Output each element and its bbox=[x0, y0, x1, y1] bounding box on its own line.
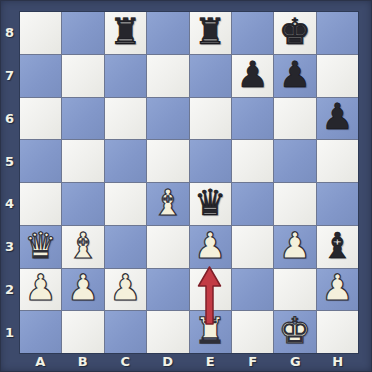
piece-white-pawn: ♟ bbox=[194, 228, 226, 264]
rank-labels: 87654321 bbox=[0, 11, 19, 354]
piece-black-pawn: ♟ bbox=[279, 57, 311, 93]
square-a8[interactable] bbox=[20, 12, 61, 54]
square-b7[interactable] bbox=[62, 55, 103, 97]
square-a7[interactable] bbox=[20, 55, 61, 97]
piece-black-bishop: ♝ bbox=[321, 228, 353, 264]
square-f3[interactable] bbox=[232, 226, 273, 268]
rank-label-2: 2 bbox=[0, 268, 19, 311]
square-g8[interactable]: ♚ bbox=[274, 12, 315, 54]
rank-label-5: 5 bbox=[0, 140, 19, 183]
file-label-c: C bbox=[104, 353, 147, 370]
square-e7[interactable] bbox=[190, 55, 231, 97]
square-f6[interactable] bbox=[232, 98, 273, 140]
piece-white-pawn: ♟ bbox=[25, 270, 57, 306]
square-d2[interactable] bbox=[147, 269, 188, 311]
square-d7[interactable] bbox=[147, 55, 188, 97]
rank-label-4: 4 bbox=[0, 183, 19, 226]
square-c5[interactable] bbox=[105, 140, 146, 182]
square-a3[interactable]: ♛ bbox=[20, 226, 61, 268]
piece-white-pawn: ♟ bbox=[109, 270, 141, 306]
piece-white-queen: ♛ bbox=[25, 228, 57, 264]
square-a4[interactable] bbox=[20, 183, 61, 225]
rank-label-7: 7 bbox=[0, 54, 19, 97]
file-label-d: D bbox=[147, 353, 190, 370]
square-c8[interactable]: ♜ bbox=[105, 12, 146, 54]
chess-board: ♜♜♚♟♟♟♝♛♛♝♟♟♝♟♟♟♟♜♚ bbox=[19, 11, 359, 354]
piece-white-rook: ♜ bbox=[194, 313, 226, 349]
rank-label-8: 8 bbox=[0, 11, 19, 54]
square-b5[interactable] bbox=[62, 140, 103, 182]
square-c1[interactable] bbox=[105, 311, 146, 353]
square-d1[interactable] bbox=[147, 311, 188, 353]
piece-white-king: ♚ bbox=[279, 313, 311, 349]
piece-white-pawn: ♟ bbox=[321, 270, 353, 306]
square-c2[interactable]: ♟ bbox=[105, 269, 146, 311]
square-b1[interactable] bbox=[62, 311, 103, 353]
square-e5[interactable] bbox=[190, 140, 231, 182]
square-b6[interactable] bbox=[62, 98, 103, 140]
square-g6[interactable] bbox=[274, 98, 315, 140]
piece-black-pawn: ♟ bbox=[321, 99, 353, 135]
square-g4[interactable] bbox=[274, 183, 315, 225]
square-g1[interactable]: ♚ bbox=[274, 311, 315, 353]
square-f5[interactable] bbox=[232, 140, 273, 182]
square-e4[interactable]: ♛ bbox=[190, 183, 231, 225]
square-f1[interactable] bbox=[232, 311, 273, 353]
rank-label-6: 6 bbox=[0, 97, 19, 140]
square-d6[interactable] bbox=[147, 98, 188, 140]
square-c3[interactable] bbox=[105, 226, 146, 268]
square-c4[interactable] bbox=[105, 183, 146, 225]
piece-black-pawn: ♟ bbox=[236, 57, 268, 93]
file-label-b: B bbox=[62, 353, 105, 370]
piece-black-rook: ♜ bbox=[194, 14, 226, 50]
square-d8[interactable] bbox=[147, 12, 188, 54]
square-b8[interactable] bbox=[62, 12, 103, 54]
square-e6[interactable] bbox=[190, 98, 231, 140]
square-g2[interactable] bbox=[274, 269, 315, 311]
square-d5[interactable] bbox=[147, 140, 188, 182]
piece-white-bishop: ♝ bbox=[67, 228, 99, 264]
piece-black-rook: ♜ bbox=[109, 14, 141, 50]
square-h7[interactable] bbox=[317, 55, 358, 97]
square-f7[interactable]: ♟ bbox=[232, 55, 273, 97]
square-e8[interactable]: ♜ bbox=[190, 12, 231, 54]
square-f4[interactable] bbox=[232, 183, 273, 225]
square-g3[interactable]: ♟ bbox=[274, 226, 315, 268]
square-h6[interactable]: ♟ bbox=[317, 98, 358, 140]
file-labels: ABCDEFGH bbox=[19, 353, 359, 370]
square-e3[interactable]: ♟ bbox=[190, 226, 231, 268]
rank-label-3: 3 bbox=[0, 225, 19, 268]
square-h3[interactable]: ♝ bbox=[317, 226, 358, 268]
square-f2[interactable] bbox=[232, 269, 273, 311]
square-g7[interactable]: ♟ bbox=[274, 55, 315, 97]
piece-white-pawn: ♟ bbox=[67, 270, 99, 306]
square-b4[interactable] bbox=[62, 183, 103, 225]
file-label-f: F bbox=[232, 353, 275, 370]
square-b2[interactable]: ♟ bbox=[62, 269, 103, 311]
square-h5[interactable] bbox=[317, 140, 358, 182]
file-label-e: E bbox=[189, 353, 232, 370]
square-b3[interactable]: ♝ bbox=[62, 226, 103, 268]
piece-white-bishop: ♝ bbox=[152, 185, 184, 221]
square-h1[interactable] bbox=[317, 311, 358, 353]
piece-black-king: ♚ bbox=[279, 14, 311, 50]
square-e1[interactable]: ♜ bbox=[190, 311, 231, 353]
square-h2[interactable]: ♟ bbox=[317, 269, 358, 311]
file-label-a: A bbox=[19, 353, 62, 370]
file-label-g: G bbox=[274, 353, 317, 370]
square-g5[interactable] bbox=[274, 140, 315, 182]
square-e2[interactable] bbox=[190, 269, 231, 311]
piece-black-queen: ♛ bbox=[194, 185, 226, 221]
square-c6[interactable] bbox=[105, 98, 146, 140]
square-h8[interactable] bbox=[317, 12, 358, 54]
piece-white-pawn: ♟ bbox=[279, 228, 311, 264]
chess-diagram: 87654321 ♜♜♚♟♟♟♝♛♛♝♟♟♝♟♟♟♟♜♚ ABCDEFGH bbox=[0, 0, 372, 372]
square-a1[interactable] bbox=[20, 311, 61, 353]
square-f8[interactable] bbox=[232, 12, 273, 54]
square-c7[interactable] bbox=[105, 55, 146, 97]
square-d3[interactable] bbox=[147, 226, 188, 268]
square-a2[interactable]: ♟ bbox=[20, 269, 61, 311]
square-a5[interactable] bbox=[20, 140, 61, 182]
square-a6[interactable] bbox=[20, 98, 61, 140]
file-label-h: H bbox=[317, 353, 360, 370]
square-d4[interactable]: ♝ bbox=[147, 183, 188, 225]
square-h4[interactable] bbox=[317, 183, 358, 225]
rank-label-1: 1 bbox=[0, 311, 19, 354]
